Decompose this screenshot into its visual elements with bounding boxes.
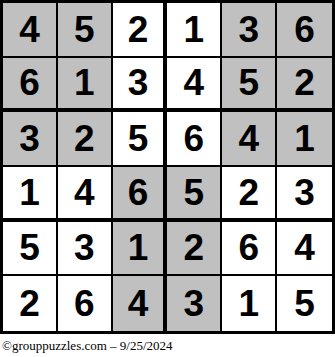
cell-r1c5[interactable]: 3	[222, 3, 277, 58]
cell-r4c1[interactable]: 1	[3, 167, 58, 222]
cell-r1c1[interactable]: 4	[3, 3, 58, 58]
cell-r6c1[interactable]: 2	[3, 276, 58, 331]
cell-r5c1[interactable]: 5	[3, 222, 58, 277]
cell-r3c4[interactable]: 6	[167, 112, 222, 167]
cell-r5c4[interactable]: 2	[167, 222, 222, 277]
cell-r6c5[interactable]: 1	[222, 276, 277, 331]
cell-r1c6[interactable]: 6	[277, 3, 332, 58]
cell-r6c4[interactable]: 3	[167, 276, 222, 331]
cell-r6c6[interactable]: 5	[277, 276, 332, 331]
cell-r4c3[interactable]: 6	[113, 167, 168, 222]
cell-r1c4[interactable]: 1	[167, 3, 222, 58]
cell-r3c1[interactable]: 3	[3, 112, 58, 167]
cell-r2c2[interactable]: 1	[58, 58, 113, 113]
cell-r3c6[interactable]: 1	[277, 112, 332, 167]
cell-r6c3[interactable]: 4	[113, 276, 168, 331]
cell-r4c2[interactable]: 4	[58, 167, 113, 222]
cell-r5c5[interactable]: 6	[222, 222, 277, 277]
cell-r1c2[interactable]: 5	[58, 3, 113, 58]
cell-r5c2[interactable]: 3	[58, 222, 113, 277]
cell-r2c1[interactable]: 6	[3, 58, 58, 113]
cell-r4c5[interactable]: 2	[222, 167, 277, 222]
cell-r1c3[interactable]: 2	[113, 3, 168, 58]
cell-r6c2[interactable]: 6	[58, 276, 113, 331]
cell-r3c2[interactable]: 2	[58, 112, 113, 167]
copyright-text: ©grouppuzzles.com – 9/25/2024	[2, 338, 335, 354]
cell-r3c3[interactable]: 5	[113, 112, 168, 167]
cell-r4c6[interactable]: 3	[277, 167, 332, 222]
cell-r5c3[interactable]: 1	[113, 222, 168, 277]
cell-r3c5[interactable]: 4	[222, 112, 277, 167]
cell-r4c4[interactable]: 5	[167, 167, 222, 222]
cell-r2c3[interactable]: 3	[113, 58, 168, 113]
sudoku-board: 452136613452325641146523531264264315	[0, 0, 335, 334]
cell-r2c5[interactable]: 5	[222, 58, 277, 113]
puzzle-page: 452136613452325641146523531264264315 ©gr…	[0, 0, 335, 357]
cell-r2c6[interactable]: 2	[277, 58, 332, 113]
cell-r2c4[interactable]: 4	[167, 58, 222, 113]
cell-r5c6[interactable]: 4	[277, 222, 332, 277]
